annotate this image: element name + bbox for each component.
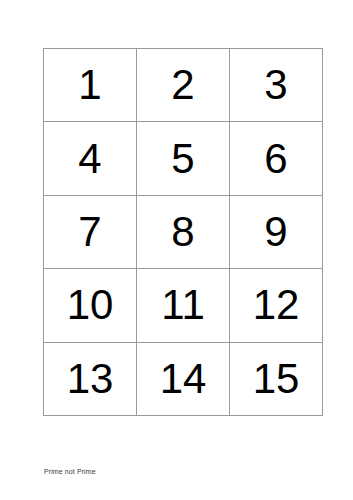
number-card-7: 7 [44, 196, 137, 269]
number-card-12: 12 [230, 269, 323, 342]
number-card-9: 9 [230, 196, 323, 269]
number-card-2: 2 [137, 49, 230, 122]
number-card-5: 5 [137, 122, 230, 195]
number-card-grid: 1 2 3 4 5 6 7 8 9 10 11 12 13 14 15 [43, 48, 323, 416]
number-card-15: 15 [230, 343, 323, 416]
number-card-4: 4 [44, 122, 137, 195]
worksheet-page: 1 2 3 4 5 6 7 8 9 10 11 12 13 14 15 Prim… [0, 0, 353, 500]
number-card-3: 3 [230, 49, 323, 122]
number-card-10: 10 [44, 269, 137, 342]
number-card-6: 6 [230, 122, 323, 195]
worksheet-title-footer: Prime not Prime [44, 468, 96, 475]
number-card-8: 8 [137, 196, 230, 269]
number-card-11: 11 [137, 269, 230, 342]
number-card-13: 13 [44, 343, 137, 416]
number-card-1: 1 [44, 49, 137, 122]
number-card-14: 14 [137, 343, 230, 416]
